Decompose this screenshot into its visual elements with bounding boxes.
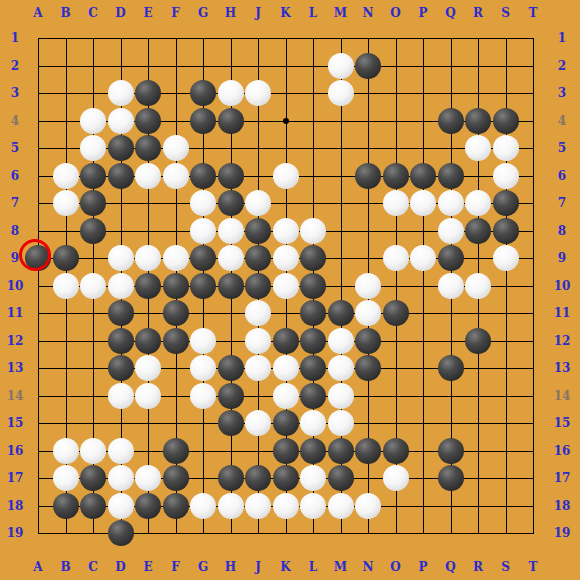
stone-white[interactable] [80, 438, 106, 464]
column-label: S [501, 561, 510, 573]
stone-white[interactable] [273, 245, 299, 271]
row-label: 19 [7, 527, 24, 539]
stone-black[interactable] [163, 493, 189, 519]
row-label: 7 [558, 197, 566, 209]
stone-white[interactable] [135, 355, 161, 381]
stone-black[interactable] [218, 355, 244, 381]
star-point [283, 118, 289, 124]
stone-black[interactable] [355, 53, 381, 79]
stone-black[interactable] [438, 163, 464, 189]
column-label: R [473, 561, 483, 573]
row-label: 17 [554, 472, 571, 484]
stone-black[interactable] [383, 163, 409, 189]
stone-black[interactable] [328, 438, 354, 464]
grid-line-v [533, 38, 534, 534]
row-label: 16 [554, 445, 571, 457]
row-label: 3 [558, 87, 566, 99]
column-label: Q [445, 561, 455, 573]
stone-black[interactable] [163, 300, 189, 326]
stone-white[interactable] [53, 190, 79, 216]
stone-white[interactable] [438, 190, 464, 216]
stone-white[interactable] [53, 163, 79, 189]
row-label: 3 [11, 87, 19, 99]
column-label: E [143, 7, 152, 19]
stone-black[interactable] [190, 80, 216, 106]
stone-black[interactable] [80, 190, 106, 216]
stone-white[interactable] [80, 273, 106, 299]
stone-white[interactable] [300, 493, 326, 519]
row-label: 15 [554, 417, 571, 429]
stone-black[interactable] [355, 438, 381, 464]
stone-white[interactable] [245, 493, 271, 519]
column-label: C [88, 561, 98, 573]
row-label: 7 [11, 197, 19, 209]
row-label: 8 [11, 225, 19, 237]
column-label: E [143, 561, 152, 573]
column-label: M [334, 561, 347, 573]
stone-black[interactable] [135, 273, 161, 299]
stone-white[interactable] [273, 493, 299, 519]
stone-black[interactable] [273, 438, 299, 464]
row-label: 16 [7, 445, 24, 457]
column-label: P [418, 561, 427, 573]
column-label: A [33, 561, 42, 573]
row-label: 11 [7, 307, 24, 319]
stone-black[interactable] [438, 438, 464, 464]
row-label: 18 [7, 500, 24, 512]
row-label: 2 [558, 60, 566, 72]
row-label: 18 [554, 500, 571, 512]
stone-white[interactable] [465, 135, 491, 161]
stone-white[interactable] [108, 245, 134, 271]
row-label: 11 [554, 307, 571, 319]
stone-white[interactable] [410, 190, 436, 216]
row-label: 12 [554, 335, 571, 347]
stone-white[interactable] [493, 163, 519, 189]
stone-white[interactable] [108, 438, 134, 464]
row-label: 13 [7, 362, 24, 374]
column-label: G [198, 561, 208, 573]
stone-black[interactable] [355, 328, 381, 354]
stone-black[interactable] [190, 108, 216, 134]
stone-black[interactable] [135, 108, 161, 134]
stone-white[interactable] [163, 163, 189, 189]
stone-black[interactable] [163, 328, 189, 354]
stone-black[interactable] [328, 465, 354, 491]
stone-black[interactable] [355, 163, 381, 189]
stone-white[interactable] [383, 465, 409, 491]
stone-white[interactable] [273, 163, 299, 189]
stone-black[interactable] [108, 135, 134, 161]
row-label: 6 [558, 170, 566, 182]
column-label: B [60, 561, 70, 573]
stone-white[interactable] [190, 218, 216, 244]
stone-white[interactable] [328, 493, 354, 519]
stone-white[interactable] [328, 410, 354, 436]
column-label: L [309, 7, 317, 19]
go-board: AABBCCDDEEFFGGHHJJKKLLMMNNOOPPQQRRSSTT11… [0, 0, 580, 580]
stone-black[interactable] [163, 438, 189, 464]
stone-white[interactable] [108, 80, 134, 106]
row-label: 9 [558, 252, 566, 264]
stone-white[interactable] [300, 410, 326, 436]
column-label: M [334, 7, 347, 19]
row-label: 4 [11, 115, 19, 127]
stone-white[interactable] [218, 245, 244, 271]
stone-white[interactable] [135, 245, 161, 271]
stone-black[interactable] [493, 108, 519, 134]
stone-white[interactable] [438, 273, 464, 299]
stone-white[interactable] [245, 355, 271, 381]
stone-black[interactable] [218, 465, 244, 491]
stone-black[interactable] [245, 245, 271, 271]
stone-black[interactable] [135, 328, 161, 354]
stone-black[interactable] [245, 218, 271, 244]
stone-white[interactable] [53, 273, 79, 299]
column-label: O [390, 561, 400, 573]
stone-white[interactable] [218, 493, 244, 519]
stone-white[interactable] [108, 383, 134, 409]
column-label: A [33, 7, 42, 19]
stone-black[interactable] [273, 328, 299, 354]
stone-white[interactable] [190, 355, 216, 381]
stone-black[interactable] [438, 355, 464, 381]
stone-white[interactable] [53, 465, 79, 491]
stone-white[interactable] [135, 465, 161, 491]
stone-black[interactable] [245, 273, 271, 299]
stone-black[interactable] [218, 273, 244, 299]
row-label: 14 [554, 390, 571, 402]
column-label: R [473, 7, 483, 19]
stone-black[interactable] [218, 190, 244, 216]
stone-white[interactable] [190, 383, 216, 409]
stone-black[interactable] [135, 80, 161, 106]
stone-black[interactable] [53, 245, 79, 271]
stone-black[interactable] [163, 273, 189, 299]
stone-black[interactable] [410, 163, 436, 189]
stone-white[interactable] [53, 438, 79, 464]
stone-white[interactable] [163, 135, 189, 161]
stone-black[interactable] [300, 438, 326, 464]
stone-white[interactable] [135, 383, 161, 409]
stone-black[interactable] [438, 465, 464, 491]
stone-white[interactable] [108, 493, 134, 519]
row-label: 5 [558, 142, 566, 154]
column-label: J [255, 561, 261, 573]
stone-white[interactable] [300, 218, 326, 244]
stone-white[interactable] [355, 493, 381, 519]
stone-white[interactable] [135, 163, 161, 189]
stone-black[interactable] [190, 245, 216, 271]
stone-black[interactable] [163, 465, 189, 491]
stone-black[interactable] [493, 218, 519, 244]
row-label: 1 [11, 32, 19, 44]
column-label: P [418, 7, 427, 19]
stone-black[interactable] [328, 300, 354, 326]
stone-white[interactable] [108, 273, 134, 299]
column-label: S [501, 7, 510, 19]
stone-black[interactable] [190, 273, 216, 299]
stone-white[interactable] [273, 218, 299, 244]
column-label: L [309, 561, 317, 573]
column-label: H [225, 7, 236, 19]
stone-black[interactable] [53, 493, 79, 519]
column-label: J [255, 7, 261, 19]
stone-black[interactable] [108, 328, 134, 354]
stone-white[interactable] [245, 190, 271, 216]
stone-black[interactable] [80, 218, 106, 244]
column-label: K [280, 7, 290, 19]
stone-white[interactable] [410, 245, 436, 271]
column-label: Q [445, 7, 455, 19]
stone-black[interactable] [80, 465, 106, 491]
stone-black[interactable] [80, 493, 106, 519]
stone-white[interactable] [383, 245, 409, 271]
stone-black[interactable] [135, 493, 161, 519]
row-label: 2 [11, 60, 19, 72]
column-label: G [198, 7, 208, 19]
stone-white[interactable] [493, 245, 519, 271]
column-label: D [115, 7, 125, 19]
stone-black[interactable] [273, 465, 299, 491]
row-label: 4 [558, 115, 566, 127]
stone-white[interactable] [245, 300, 271, 326]
stone-white[interactable] [163, 245, 189, 271]
stone-white[interactable] [328, 328, 354, 354]
stone-black[interactable] [218, 383, 244, 409]
stone-white[interactable] [273, 273, 299, 299]
row-label: 6 [11, 170, 19, 182]
stone-black[interactable] [218, 163, 244, 189]
stone-white[interactable] [355, 273, 381, 299]
stone-black[interactable] [355, 355, 381, 381]
stone-black[interactable] [80, 163, 106, 189]
column-label: H [225, 561, 236, 573]
stone-white[interactable] [218, 80, 244, 106]
stone-white[interactable] [328, 80, 354, 106]
stone-black[interactable] [245, 465, 271, 491]
stone-black[interactable] [300, 328, 326, 354]
column-label: K [280, 561, 290, 573]
stone-black[interactable] [190, 163, 216, 189]
stone-black[interactable] [493, 190, 519, 216]
stone-black[interactable] [300, 383, 326, 409]
stone-black[interactable] [273, 410, 299, 436]
row-label: 10 [554, 280, 571, 292]
stone-black[interactable] [108, 300, 134, 326]
stone-white[interactable] [383, 190, 409, 216]
column-label: N [363, 561, 374, 573]
stone-white[interactable] [190, 493, 216, 519]
stone-black[interactable] [300, 273, 326, 299]
column-label: C [88, 7, 98, 19]
stone-white[interactable] [218, 218, 244, 244]
last-move-marker [19, 239, 51, 271]
stone-white[interactable] [245, 328, 271, 354]
row-label: 8 [558, 225, 566, 237]
column-label: B [60, 7, 70, 19]
stone-white[interactable] [355, 300, 381, 326]
column-label: T [529, 7, 538, 19]
column-label: T [529, 561, 538, 573]
stone-black[interactable] [300, 245, 326, 271]
stone-white[interactable] [465, 273, 491, 299]
row-label: 10 [7, 280, 24, 292]
column-label: D [115, 561, 125, 573]
row-label: 9 [11, 252, 19, 264]
row-label: 1 [558, 32, 566, 44]
stone-black[interactable] [300, 355, 326, 381]
stone-black[interactable] [300, 300, 326, 326]
column-label: F [171, 561, 180, 573]
stone-white[interactable] [273, 383, 299, 409]
stone-black[interactable] [108, 355, 134, 381]
stone-white[interactable] [493, 135, 519, 161]
stone-black[interactable] [218, 108, 244, 134]
stone-white[interactable] [245, 80, 271, 106]
stone-white[interactable] [273, 355, 299, 381]
stone-white[interactable] [245, 410, 271, 436]
stone-black[interactable] [465, 218, 491, 244]
row-label: 13 [554, 362, 571, 374]
column-label: O [390, 7, 400, 19]
column-label: N [363, 7, 374, 19]
row-label: 12 [7, 335, 24, 347]
row-label: 17 [7, 472, 24, 484]
stone-white[interactable] [108, 465, 134, 491]
row-label: 19 [554, 527, 571, 539]
stone-white[interactable] [465, 190, 491, 216]
stone-black[interactable] [108, 520, 134, 546]
grid-line-v [423, 38, 424, 534]
stone-white[interactable] [438, 218, 464, 244]
stone-black[interactable] [438, 245, 464, 271]
stone-black[interactable] [465, 108, 491, 134]
stone-white[interactable] [80, 108, 106, 134]
stone-black[interactable] [383, 438, 409, 464]
stone-black[interactable] [135, 135, 161, 161]
row-label: 5 [11, 142, 19, 154]
stone-black[interactable] [383, 300, 409, 326]
stone-white[interactable] [328, 355, 354, 381]
row-label: 14 [7, 390, 24, 402]
column-label: F [171, 7, 180, 19]
stone-white[interactable] [80, 135, 106, 161]
stone-white[interactable] [328, 53, 354, 79]
stone-white[interactable] [108, 108, 134, 134]
stone-black[interactable] [108, 163, 134, 189]
row-label: 15 [7, 417, 24, 429]
stone-black[interactable] [438, 108, 464, 134]
stone-black[interactable] [218, 410, 244, 436]
stone-white[interactable] [190, 190, 216, 216]
stone-white[interactable] [190, 328, 216, 354]
stone-white[interactable] [300, 465, 326, 491]
stone-white[interactable] [328, 383, 354, 409]
stone-black[interactable] [465, 328, 491, 354]
